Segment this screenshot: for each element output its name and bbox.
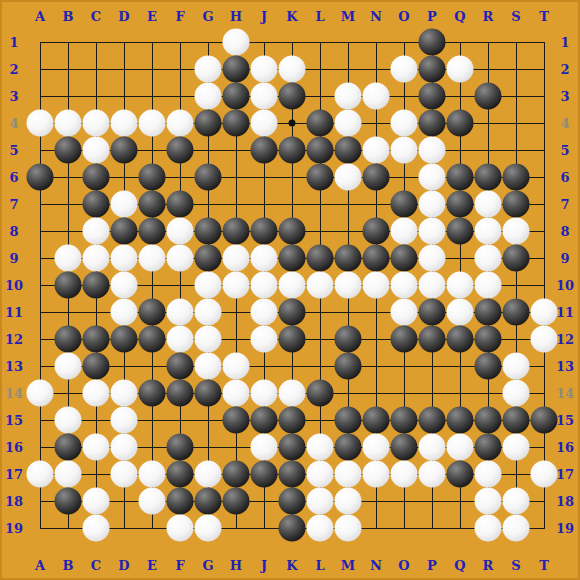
stone-white-D10[interactable] [111, 272, 138, 299]
stone-white-A4[interactable] [27, 110, 54, 137]
stone-white-K2[interactable] [279, 56, 306, 83]
stone-black-O9[interactable] [391, 245, 418, 272]
stone-black-K9[interactable] [279, 245, 306, 272]
stone-white-J16[interactable] [251, 434, 278, 461]
stone-white-G3[interactable] [195, 83, 222, 110]
column-label-F-top: F [175, 9, 184, 24]
row-label-13-left: 13 [5, 359, 23, 374]
column-label-N-bottom: N [370, 558, 382, 573]
stone-white-G12[interactable] [195, 326, 222, 353]
stone-white-K14[interactable] [279, 380, 306, 407]
stone-white-J11[interactable] [251, 299, 278, 326]
stone-white-D15[interactable] [111, 407, 138, 434]
column-label-P-top: P [427, 9, 437, 24]
stone-white-N3[interactable] [363, 83, 390, 110]
stone-white-K10[interactable] [279, 272, 306, 299]
row-label-9-left: 9 [9, 251, 18, 266]
stone-white-B17[interactable] [55, 461, 82, 488]
stone-white-G19[interactable] [195, 515, 222, 542]
stone-white-J10[interactable] [251, 272, 278, 299]
stone-black-R11[interactable] [475, 299, 502, 326]
stone-black-B10[interactable] [55, 272, 82, 299]
stone-black-Q15[interactable] [447, 407, 474, 434]
stone-black-H3[interactable] [223, 83, 250, 110]
stone-white-H14[interactable] [223, 380, 250, 407]
stone-black-E11[interactable] [139, 299, 166, 326]
stone-white-M10[interactable] [335, 272, 362, 299]
stone-white-A14[interactable] [27, 380, 54, 407]
stone-black-S15[interactable] [503, 407, 530, 434]
stone-black-O16[interactable] [391, 434, 418, 461]
stone-black-A6[interactable] [27, 164, 54, 191]
column-label-E-top: E [147, 9, 157, 24]
stone-white-O2[interactable] [391, 56, 418, 83]
stone-black-N8[interactable] [363, 218, 390, 245]
stone-white-R17[interactable] [475, 461, 502, 488]
stone-white-C9[interactable] [83, 245, 110, 272]
stone-black-S6[interactable] [503, 164, 530, 191]
row-label-3-left: 3 [9, 89, 18, 104]
stone-white-L18[interactable] [307, 488, 334, 515]
stone-white-J3[interactable] [251, 83, 278, 110]
stone-white-D4[interactable] [111, 110, 138, 137]
stone-black-C7[interactable] [83, 191, 110, 218]
stone-black-G4[interactable] [195, 110, 222, 137]
stone-white-O11[interactable] [391, 299, 418, 326]
stone-white-O10[interactable] [391, 272, 418, 299]
column-label-H-bottom: H [230, 558, 242, 573]
row-label-16-left: 16 [5, 440, 23, 455]
stone-black-B18[interactable] [55, 488, 82, 515]
row-label-2-right: 2 [560, 62, 569, 77]
stone-white-D17[interactable] [111, 461, 138, 488]
column-label-O-top: O [398, 9, 409, 24]
stone-white-R18[interactable] [475, 488, 502, 515]
row-label-11-right: 11 [556, 305, 574, 320]
stone-white-S19[interactable] [503, 515, 530, 542]
stone-black-K18[interactable] [279, 488, 306, 515]
stone-white-N17[interactable] [363, 461, 390, 488]
stone-white-E9[interactable] [139, 245, 166, 272]
stone-black-P1[interactable] [419, 29, 446, 56]
stone-black-R16[interactable] [475, 434, 502, 461]
stone-white-B4[interactable] [55, 110, 82, 137]
row-label-4-left: 4 [9, 116, 18, 131]
stone-white-J4[interactable] [251, 110, 278, 137]
stone-white-M18[interactable] [335, 488, 362, 515]
row-label-13-right: 13 [556, 359, 574, 374]
stone-black-J8[interactable] [251, 218, 278, 245]
stone-black-J5[interactable] [251, 137, 278, 164]
stone-black-N6[interactable] [363, 164, 390, 191]
stone-black-S7[interactable] [503, 191, 530, 218]
stone-black-O15[interactable] [391, 407, 418, 434]
stone-black-G9[interactable] [195, 245, 222, 272]
stone-white-O17[interactable] [391, 461, 418, 488]
stone-white-H10[interactable] [223, 272, 250, 299]
stone-white-B15[interactable] [55, 407, 82, 434]
stone-black-F16[interactable] [167, 434, 194, 461]
stone-white-G17[interactable] [195, 461, 222, 488]
stone-black-J15[interactable] [251, 407, 278, 434]
stone-black-Q8[interactable] [447, 218, 474, 245]
row-label-3-right: 3 [560, 89, 569, 104]
stone-black-N15[interactable] [363, 407, 390, 434]
stone-white-L16[interactable] [307, 434, 334, 461]
stone-white-S14[interactable] [503, 380, 530, 407]
row-label-8-left: 8 [9, 224, 18, 239]
row-label-2-left: 2 [9, 62, 18, 77]
stone-white-F19[interactable] [167, 515, 194, 542]
stone-black-K17[interactable] [279, 461, 306, 488]
stone-white-E17[interactable] [139, 461, 166, 488]
stone-black-P2[interactable] [419, 56, 446, 83]
column-label-R-top: R [483, 9, 494, 24]
stone-white-L19[interactable] [307, 515, 334, 542]
stone-white-H13[interactable] [223, 353, 250, 380]
stone-white-J2[interactable] [251, 56, 278, 83]
column-label-A-top: A [35, 9, 45, 24]
row-label-18-left: 18 [5, 494, 23, 509]
stone-white-N5[interactable] [363, 137, 390, 164]
stone-white-C5[interactable] [83, 137, 110, 164]
stone-black-F5[interactable] [167, 137, 194, 164]
column-label-J-top: J [261, 9, 267, 24]
stone-white-G13[interactable] [195, 353, 222, 380]
stone-white-A17[interactable] [27, 461, 54, 488]
column-label-B-top: B [63, 9, 74, 24]
stone-black-H8[interactable] [223, 218, 250, 245]
stone-white-N10[interactable] [363, 272, 390, 299]
stone-black-P12[interactable] [419, 326, 446, 353]
row-label-17-right: 17 [556, 467, 574, 482]
stone-white-H9[interactable] [223, 245, 250, 272]
row-label-16-right: 16 [556, 440, 574, 455]
row-label-18-right: 18 [556, 494, 574, 509]
stone-black-F13[interactable] [167, 353, 194, 380]
row-label-15-left: 15 [5, 413, 23, 428]
stone-black-K3[interactable] [279, 83, 306, 110]
column-label-J-bottom: J [261, 558, 267, 573]
stone-white-S16[interactable] [503, 434, 530, 461]
stone-black-K5[interactable] [279, 137, 306, 164]
column-label-R-bottom: R [483, 558, 494, 573]
column-label-L-bottom: L [315, 558, 324, 573]
stone-white-E18[interactable] [139, 488, 166, 515]
row-label-12-left: 12 [5, 332, 23, 347]
stone-white-M19[interactable] [335, 515, 362, 542]
column-label-A-bottom: A [35, 558, 45, 573]
row-label-7-left: 7 [9, 197, 18, 212]
stone-black-Q6[interactable] [447, 164, 474, 191]
stone-black-H4[interactable] [223, 110, 250, 137]
stone-white-F11[interactable] [167, 299, 194, 326]
stone-black-K16[interactable] [279, 434, 306, 461]
row-label-6-left: 6 [9, 170, 18, 185]
stone-black-K8[interactable] [279, 218, 306, 245]
stone-black-G6[interactable] [195, 164, 222, 191]
stone-black-D5[interactable] [111, 137, 138, 164]
stone-white-C18[interactable] [83, 488, 110, 515]
stone-white-F4[interactable] [167, 110, 194, 137]
stone-white-J14[interactable] [251, 380, 278, 407]
stone-black-M9[interactable] [335, 245, 362, 272]
stone-black-O7[interactable] [391, 191, 418, 218]
stone-white-O8[interactable] [391, 218, 418, 245]
column-label-T-bottom: T [539, 558, 549, 573]
stone-black-Q4[interactable] [447, 110, 474, 137]
stone-white-D16[interactable] [111, 434, 138, 461]
row-label-19-right: 19 [556, 521, 574, 536]
stone-black-H17[interactable] [223, 461, 250, 488]
column-label-C-top: C [91, 9, 101, 24]
stone-white-J12[interactable] [251, 326, 278, 353]
stone-white-M3[interactable] [335, 83, 362, 110]
stone-white-T17[interactable] [531, 461, 558, 488]
stone-black-H15[interactable] [223, 407, 250, 434]
stone-black-E6[interactable] [139, 164, 166, 191]
stone-white-P6[interactable] [419, 164, 446, 191]
stone-black-D12[interactable] [111, 326, 138, 353]
stone-black-F7[interactable] [167, 191, 194, 218]
stone-white-G2[interactable] [195, 56, 222, 83]
row-label-1-left: 1 [9, 35, 18, 50]
stone-black-T15[interactable] [531, 407, 558, 434]
stone-black-N9[interactable] [363, 245, 390, 272]
stone-black-C10[interactable] [83, 272, 110, 299]
stone-black-Q7[interactable] [447, 191, 474, 218]
row-label-7-right: 7 [560, 197, 569, 212]
column-label-K-bottom: K [286, 558, 297, 573]
stone-white-G11[interactable] [195, 299, 222, 326]
stone-white-R10[interactable] [475, 272, 502, 299]
stone-white-S13[interactable] [503, 353, 530, 380]
stone-white-O5[interactable] [391, 137, 418, 164]
stone-white-B13[interactable] [55, 353, 82, 380]
stone-black-Q12[interactable] [447, 326, 474, 353]
stone-black-M15[interactable] [335, 407, 362, 434]
row-label-1-right: 1 [560, 35, 569, 50]
column-label-N-top: N [370, 9, 382, 24]
column-label-Q-top: Q [454, 9, 465, 24]
stone-white-R9[interactable] [475, 245, 502, 272]
column-label-C-bottom: C [91, 558, 101, 573]
stone-white-M4[interactable] [335, 110, 362, 137]
stone-white-O4[interactable] [391, 110, 418, 137]
stone-white-S8[interactable] [503, 218, 530, 245]
stone-black-B16[interactable] [55, 434, 82, 461]
stone-white-C8[interactable] [83, 218, 110, 245]
column-label-G-top: G [202, 9, 213, 24]
stone-white-C14[interactable] [83, 380, 110, 407]
stone-white-F12[interactable] [167, 326, 194, 353]
stone-black-P4[interactable] [419, 110, 446, 137]
stone-black-L14[interactable] [307, 380, 334, 407]
column-label-D-bottom: D [118, 558, 129, 573]
stone-white-P8[interactable] [419, 218, 446, 245]
stone-black-L5[interactable] [307, 137, 334, 164]
stone-black-L9[interactable] [307, 245, 334, 272]
stone-white-Q10[interactable] [447, 272, 474, 299]
stone-white-P10[interactable] [419, 272, 446, 299]
stone-white-R7[interactable] [475, 191, 502, 218]
stone-black-H2[interactable] [223, 56, 250, 83]
column-label-Q-bottom: Q [454, 558, 465, 573]
row-label-6-right: 6 [560, 170, 569, 185]
row-label-5-right: 5 [560, 143, 569, 158]
stone-black-O12[interactable] [391, 326, 418, 353]
stone-white-P17[interactable] [419, 461, 446, 488]
stone-black-M16[interactable] [335, 434, 362, 461]
row-label-4-right: 4 [560, 116, 569, 131]
stone-white-D9[interactable] [111, 245, 138, 272]
stone-black-M13[interactable] [335, 353, 362, 380]
column-label-H-top: H [230, 9, 242, 24]
stone-black-F18[interactable] [167, 488, 194, 515]
column-label-K-top: K [286, 9, 297, 24]
row-label-11-left: 11 [5, 305, 23, 320]
column-label-T-top: T [539, 9, 549, 24]
stone-black-R3[interactable] [475, 83, 502, 110]
row-label-9-right: 9 [560, 251, 569, 266]
column-label-M-top: M [341, 9, 355, 24]
row-label-10-right: 10 [556, 278, 574, 293]
stone-black-P11[interactable] [419, 299, 446, 326]
stone-black-K12[interactable] [279, 326, 306, 353]
stone-white-B9[interactable] [55, 245, 82, 272]
stone-black-M12[interactable] [335, 326, 362, 353]
stone-black-M5[interactable] [335, 137, 362, 164]
stone-white-Q2[interactable] [447, 56, 474, 83]
column-label-E-bottom: E [147, 558, 157, 573]
stone-white-S18[interactable] [503, 488, 530, 515]
stone-black-F14[interactable] [167, 380, 194, 407]
stone-black-P15[interactable] [419, 407, 446, 434]
stone-black-F17[interactable] [167, 461, 194, 488]
stone-white-F8[interactable] [167, 218, 194, 245]
stone-white-R8[interactable] [475, 218, 502, 245]
stone-black-R15[interactable] [475, 407, 502, 434]
row-label-10-left: 10 [5, 278, 23, 293]
go-board[interactable]: AABBCCDDEEFFGGHHJJKKLLMMNNOOPPQQRRSSTT11… [0, 0, 580, 580]
column-label-S-top: S [511, 9, 520, 24]
stone-white-L10[interactable] [307, 272, 334, 299]
row-label-14-right: 14 [556, 386, 574, 401]
stone-white-P16[interactable] [419, 434, 446, 461]
row-label-5-left: 5 [9, 143, 18, 158]
stone-white-J9[interactable] [251, 245, 278, 272]
row-label-17-left: 17 [5, 467, 23, 482]
stone-white-D11[interactable] [111, 299, 138, 326]
stone-black-B5[interactable] [55, 137, 82, 164]
stone-white-D14[interactable] [111, 380, 138, 407]
stone-black-E7[interactable] [139, 191, 166, 218]
stone-black-K19[interactable] [279, 515, 306, 542]
stone-white-R19[interactable] [475, 515, 502, 542]
stone-black-H18[interactable] [223, 488, 250, 515]
column-label-L-top: L [315, 9, 324, 24]
star-point-K4 [289, 120, 296, 127]
stone-white-T11[interactable] [531, 299, 558, 326]
column-label-O-bottom: O [398, 558, 409, 573]
stone-white-P7[interactable] [419, 191, 446, 218]
row-label-12-right: 12 [556, 332, 574, 347]
stone-white-C19[interactable] [83, 515, 110, 542]
stone-black-C13[interactable] [83, 353, 110, 380]
stone-black-S11[interactable] [503, 299, 530, 326]
stone-black-C12[interactable] [83, 326, 110, 353]
stone-white-F9[interactable] [167, 245, 194, 272]
stone-white-N16[interactable] [363, 434, 390, 461]
stone-white-P5[interactable] [419, 137, 446, 164]
stone-black-P3[interactable] [419, 83, 446, 110]
stone-black-K11[interactable] [279, 299, 306, 326]
stone-black-L4[interactable] [307, 110, 334, 137]
stone-black-S9[interactable] [503, 245, 530, 272]
stone-black-D8[interactable] [111, 218, 138, 245]
stone-white-D7[interactable] [111, 191, 138, 218]
stone-black-R12[interactable] [475, 326, 502, 353]
column-label-B-bottom: B [63, 558, 74, 573]
row-label-8-right: 8 [560, 224, 569, 239]
stone-black-E14[interactable] [139, 380, 166, 407]
stone-white-E4[interactable] [139, 110, 166, 137]
column-label-M-bottom: M [341, 558, 355, 573]
column-label-F-bottom: F [175, 558, 184, 573]
stone-black-R13[interactable] [475, 353, 502, 380]
column-label-P-bottom: P [427, 558, 437, 573]
stone-white-P9[interactable] [419, 245, 446, 272]
stone-white-C4[interactable] [83, 110, 110, 137]
stone-white-L17[interactable] [307, 461, 334, 488]
stone-black-G14[interactable] [195, 380, 222, 407]
stone-black-C6[interactable] [83, 164, 110, 191]
stone-black-E12[interactable] [139, 326, 166, 353]
stone-black-E8[interactable] [139, 218, 166, 245]
stone-white-G10[interactable] [195, 272, 222, 299]
stone-black-K15[interactable] [279, 407, 306, 434]
stone-black-J17[interactable] [251, 461, 278, 488]
column-label-D-top: D [118, 9, 129, 24]
stone-black-Q17[interactable] [447, 461, 474, 488]
stone-black-B12[interactable] [55, 326, 82, 353]
column-label-S-bottom: S [511, 558, 520, 573]
row-label-19-left: 19 [5, 521, 23, 536]
column-label-G-bottom: G [202, 558, 213, 573]
stone-black-G18[interactable] [195, 488, 222, 515]
stone-white-T12[interactable] [531, 326, 558, 353]
stone-white-Q11[interactable] [447, 299, 474, 326]
stone-white-M6[interactable] [335, 164, 362, 191]
stone-white-C16[interactable] [83, 434, 110, 461]
stone-black-G8[interactable] [195, 218, 222, 245]
stone-black-R6[interactable] [475, 164, 502, 191]
stone-black-L6[interactable] [307, 164, 334, 191]
stone-white-H1[interactable] [223, 29, 250, 56]
stone-white-M17[interactable] [335, 461, 362, 488]
row-label-15-right: 15 [556, 413, 574, 428]
stone-white-Q16[interactable] [447, 434, 474, 461]
row-label-14-left: 14 [5, 386, 23, 401]
